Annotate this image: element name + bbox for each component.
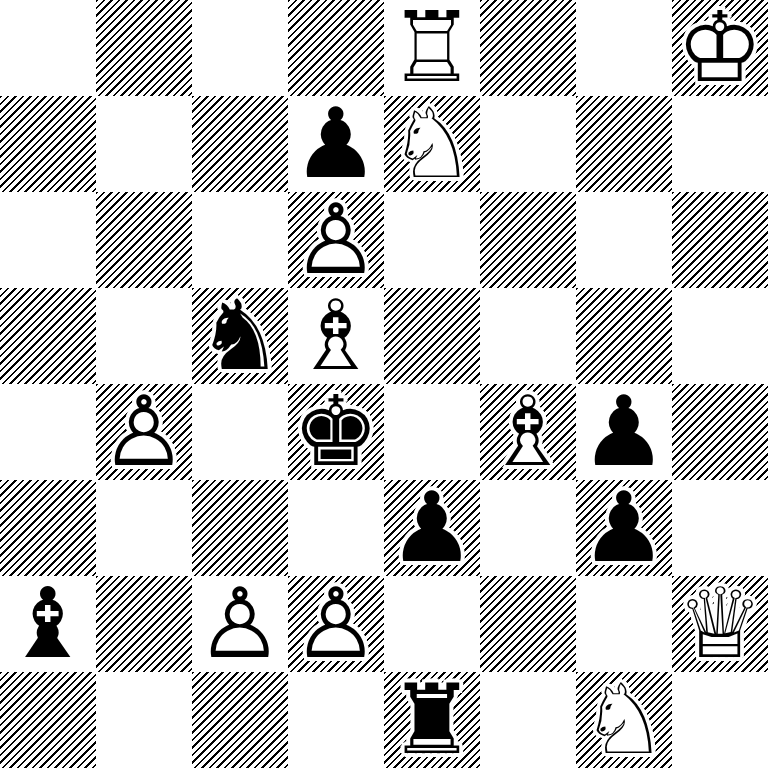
- white-bishop-glyph: ♗: [293, 288, 380, 384]
- square-a3[interactable]: [0, 480, 96, 576]
- square-a7[interactable]: [0, 96, 96, 192]
- square-d6[interactable]: ♟♙: [288, 192, 384, 288]
- square-b6[interactable]: [96, 192, 192, 288]
- square-e1[interactable]: ♜♜: [384, 672, 480, 768]
- black-pawn-glyph: ♟: [389, 480, 476, 576]
- black-rook-glyph: ♜: [389, 672, 476, 768]
- square-b5[interactable]: [96, 288, 192, 384]
- square-c1[interactable]: [192, 672, 288, 768]
- black-pawn[interactable]: ♟♟: [576, 480, 672, 576]
- black-knight-glyph: ♞: [197, 288, 284, 384]
- square-h5[interactable]: [672, 288, 768, 384]
- square-h3[interactable]: [672, 480, 768, 576]
- white-pawn-glyph: ♙: [293, 192, 380, 288]
- square-f3[interactable]: [480, 480, 576, 576]
- square-h8[interactable]: ♚♔: [672, 0, 768, 96]
- square-d5[interactable]: ♝♗: [288, 288, 384, 384]
- square-e5[interactable]: [384, 288, 480, 384]
- white-king[interactable]: ♚♔: [672, 0, 768, 96]
- square-c2[interactable]: ♟♙: [192, 576, 288, 672]
- square-e8[interactable]: ♜♖: [384, 0, 480, 96]
- square-e6[interactable]: [384, 192, 480, 288]
- square-a4[interactable]: [0, 384, 96, 480]
- square-e2[interactable]: [384, 576, 480, 672]
- square-h2[interactable]: ♛♕: [672, 576, 768, 672]
- square-f8[interactable]: [480, 0, 576, 96]
- white-knight-glyph: ♘: [389, 96, 476, 192]
- square-c4[interactable]: [192, 384, 288, 480]
- square-a2[interactable]: ♝♝: [0, 576, 96, 672]
- black-rook[interactable]: ♜♜: [384, 672, 480, 768]
- white-pawn-glyph: ♙: [197, 576, 284, 672]
- square-g5[interactable]: [576, 288, 672, 384]
- square-f1[interactable]: [480, 672, 576, 768]
- square-g2[interactable]: [576, 576, 672, 672]
- square-f6[interactable]: [480, 192, 576, 288]
- square-a6[interactable]: [0, 192, 96, 288]
- square-c5[interactable]: ♞♞: [192, 288, 288, 384]
- square-e4[interactable]: [384, 384, 480, 480]
- white-bishop-glyph: ♗: [485, 384, 572, 480]
- square-d8[interactable]: [288, 0, 384, 96]
- black-pawn-glyph: ♟: [581, 384, 668, 480]
- white-queen[interactable]: ♛♕: [672, 576, 768, 672]
- square-g1[interactable]: ♞♘: [576, 672, 672, 768]
- white-rook[interactable]: ♜♖: [384, 0, 480, 96]
- square-b8[interactable]: [96, 0, 192, 96]
- white-rook-glyph: ♖: [389, 0, 476, 96]
- square-d7[interactable]: ♟♟: [288, 96, 384, 192]
- square-h1[interactable]: [672, 672, 768, 768]
- black-pawn[interactable]: ♟♟: [576, 384, 672, 480]
- white-pawn[interactable]: ♟♙: [288, 576, 384, 672]
- black-bishop-glyph: ♝: [5, 576, 92, 672]
- square-g3[interactable]: ♟♟: [576, 480, 672, 576]
- square-a1[interactable]: [0, 672, 96, 768]
- black-pawn-glyph: ♟: [581, 480, 668, 576]
- square-c7[interactable]: [192, 96, 288, 192]
- white-bishop[interactable]: ♝♗: [480, 384, 576, 480]
- square-b4[interactable]: ♟♙: [96, 384, 192, 480]
- square-g8[interactable]: [576, 0, 672, 96]
- square-b7[interactable]: [96, 96, 192, 192]
- square-c8[interactable]: [192, 0, 288, 96]
- white-king-glyph: ♔: [677, 0, 764, 96]
- square-h6[interactable]: [672, 192, 768, 288]
- square-b2[interactable]: [96, 576, 192, 672]
- white-bishop[interactable]: ♝♗: [288, 288, 384, 384]
- white-knight[interactable]: ♞♘: [576, 672, 672, 768]
- black-pawn[interactable]: ♟♟: [384, 480, 480, 576]
- square-f4[interactable]: ♝♗: [480, 384, 576, 480]
- white-pawn-glyph: ♙: [101, 384, 188, 480]
- white-pawn[interactable]: ♟♙: [96, 384, 192, 480]
- white-queen-glyph: ♕: [677, 576, 764, 672]
- black-king[interactable]: ♚♚: [288, 384, 384, 480]
- square-b1[interactable]: [96, 672, 192, 768]
- square-d4[interactable]: ♚♚: [288, 384, 384, 480]
- square-c6[interactable]: [192, 192, 288, 288]
- white-pawn[interactable]: ♟♙: [192, 576, 288, 672]
- square-b3[interactable]: [96, 480, 192, 576]
- black-bishop[interactable]: ♝♝: [0, 576, 96, 672]
- chess-board: ♜♖♚♔♟♟♞♘♟♙♞♞♝♗♟♙♚♚♝♗♟♟♟♟♟♟♝♝♟♙♟♙♛♕♜♜♞♘: [0, 0, 768, 768]
- square-f2[interactable]: [480, 576, 576, 672]
- square-h7[interactable]: [672, 96, 768, 192]
- square-g7[interactable]: [576, 96, 672, 192]
- black-knight[interactable]: ♞♞: [192, 288, 288, 384]
- square-c3[interactable]: [192, 480, 288, 576]
- black-pawn[interactable]: ♟♟: [288, 96, 384, 192]
- square-e7[interactable]: ♞♘: [384, 96, 480, 192]
- square-a8[interactable]: [0, 0, 96, 96]
- square-h4[interactable]: [672, 384, 768, 480]
- black-pawn-glyph: ♟: [293, 96, 380, 192]
- square-g4[interactable]: ♟♟: [576, 384, 672, 480]
- black-king-glyph: ♚: [293, 384, 380, 480]
- square-f5[interactable]: [480, 288, 576, 384]
- square-d1[interactable]: [288, 672, 384, 768]
- square-f7[interactable]: [480, 96, 576, 192]
- white-pawn[interactable]: ♟♙: [288, 192, 384, 288]
- square-g6[interactable]: [576, 192, 672, 288]
- square-d2[interactable]: ♟♙: [288, 576, 384, 672]
- square-d3[interactable]: [288, 480, 384, 576]
- white-knight[interactable]: ♞♘: [384, 96, 480, 192]
- white-pawn-glyph: ♙: [293, 576, 380, 672]
- square-e3[interactable]: ♟♟: [384, 480, 480, 576]
- white-knight-glyph: ♘: [581, 672, 668, 768]
- square-a5[interactable]: [0, 288, 96, 384]
